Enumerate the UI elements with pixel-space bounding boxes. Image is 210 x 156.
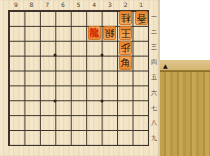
file-label-7: 7 — [39, 0, 55, 9]
piece-gote-king-2-2[interactable]: 王 — [118, 25, 134, 40]
piece-sente-dragon-4-2[interactable]: 龍 — [86, 25, 102, 40]
piece-tile: 桂 — [119, 11, 132, 25]
rank-label-1: 一 — [149, 10, 159, 25]
file-label-4: 4 — [86, 0, 102, 9]
rank-label-3: 三 — [149, 40, 159, 55]
rank-label-4: 四 — [149, 55, 159, 70]
file-label-6: 6 — [55, 0, 71, 9]
rank-label-9: 九 — [149, 131, 159, 146]
piece-tile: 銀 — [103, 26, 116, 40]
piece-glyph: 龍 — [89, 28, 99, 38]
file-label-3: 3 — [102, 0, 118, 9]
piece-gote-knight-2-1[interactable]: 桂 — [118, 10, 134, 25]
background-area — [160, 0, 210, 60]
file-label-1: 1 — [133, 0, 149, 9]
pieces-layer: 香 桂 王 銀 — [8, 10, 149, 146]
piece-sente-bishop-2-4[interactable]: 角 — [118, 55, 134, 70]
rank-label-6: 六 — [149, 86, 159, 101]
rank-label-8: 八 — [149, 116, 159, 131]
piece-glyph: 香 — [136, 13, 146, 23]
shogi-diagram: 9 8 7 6 5 4 3 2 1 一 二 三 四 五 六 七 八 九 — [0, 0, 210, 156]
rank-labels: 一 二 三 四 五 六 七 八 九 — [149, 10, 159, 146]
piece-glyph: 王 — [120, 28, 130, 38]
sente-hand-bar: ▲ — [160, 60, 210, 71]
piece-tile: 王 — [119, 26, 132, 40]
piece-gote-silver-3-2[interactable]: 銀 — [102, 25, 118, 40]
side-panel: ▲ — [160, 0, 210, 156]
rank-label-2: 二 — [149, 25, 159, 40]
file-label-9: 9 — [8, 0, 24, 9]
rank-label-7: 七 — [149, 101, 159, 116]
file-label-2: 2 — [118, 0, 134, 9]
rank-label-5: 五 — [149, 70, 159, 85]
piece-glyph: 角 — [120, 58, 130, 68]
piece-tile: 角 — [119, 56, 132, 70]
piece-tile: 歩 — [119, 41, 132, 55]
sente-to-move-indicator: ▲ — [163, 62, 168, 69]
piece-glyph: 歩 — [120, 43, 130, 53]
piece-tile: 香 — [135, 11, 148, 25]
piece-gote-lance-1-1[interactable]: 香 — [133, 10, 149, 25]
piece-glyph: 桂 — [120, 13, 130, 23]
file-label-8: 8 — [24, 0, 40, 9]
piece-glyph: 銀 — [105, 28, 115, 38]
file-labels: 9 8 7 6 5 4 3 2 1 — [8, 0, 149, 9]
piece-gote-pawn-2-3[interactable]: 歩 — [118, 40, 134, 55]
shogi-board: 9 8 7 6 5 4 3 2 1 一 二 三 四 五 六 七 八 九 — [0, 0, 160, 156]
piece-tile: 龍 — [88, 26, 101, 40]
piece-stand-tray — [160, 71, 210, 156]
file-label-5: 5 — [71, 0, 87, 9]
